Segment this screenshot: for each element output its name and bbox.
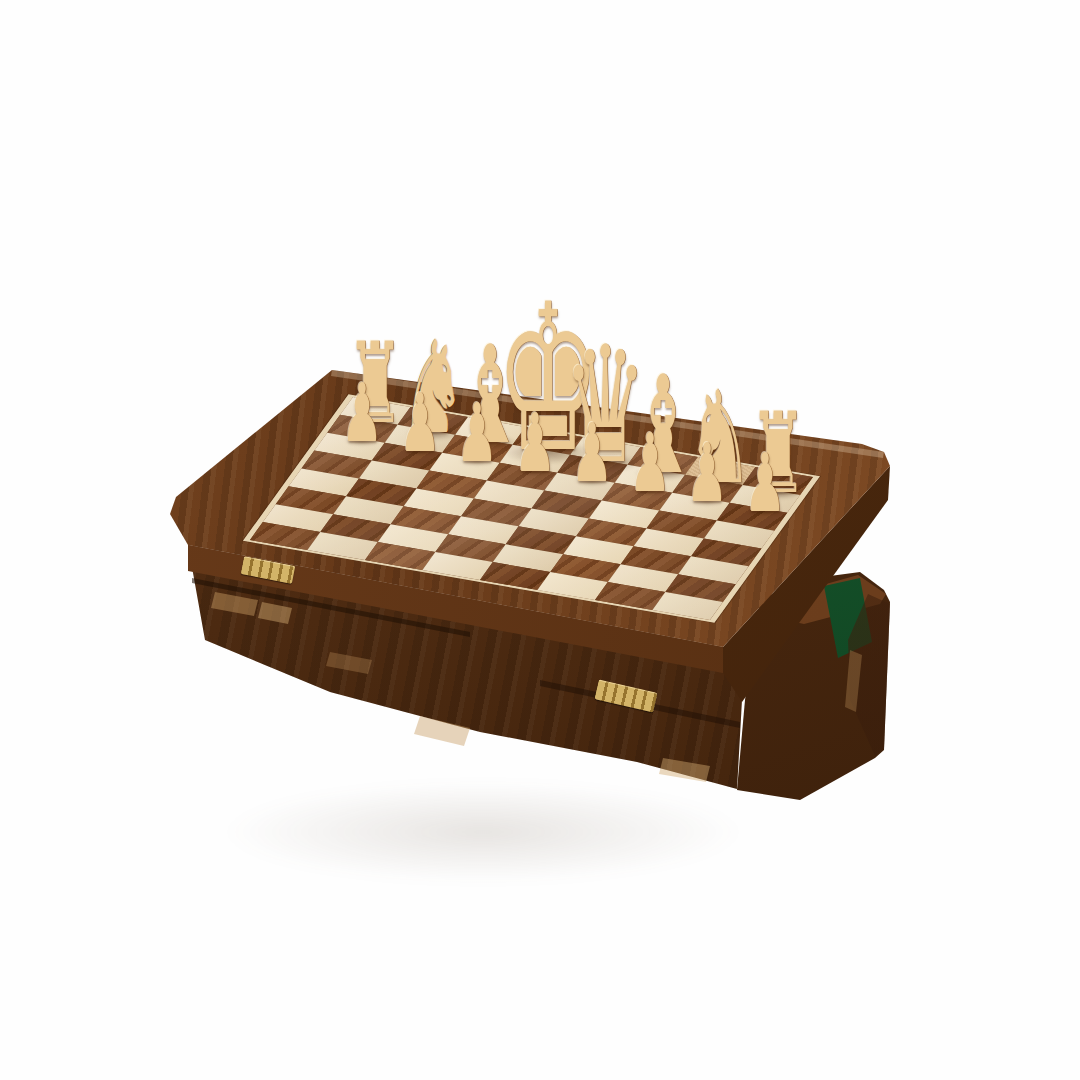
piece-white-pawn-a7[interactable]: ♟ xyxy=(341,373,383,454)
piece-white-pawn-g7[interactable]: ♟ xyxy=(686,433,728,514)
piece-white-pawn-c7[interactable]: ♟ xyxy=(456,393,498,474)
piece-white-pawn-d7[interactable]: ♟ xyxy=(514,403,556,484)
piece-white-pawn-b7[interactable]: ♟ xyxy=(399,383,441,464)
piece-white-pawn-e7[interactable]: ♟ xyxy=(571,413,613,494)
piece-white-pawn-h7[interactable]: ♟ xyxy=(744,443,786,524)
chess-box-product-photo: ♜♞♝♚♛♝♞♜♟♟♟♟♟♟♟♟ xyxy=(0,0,1080,1080)
piece-white-pawn-f7[interactable]: ♟ xyxy=(629,423,671,504)
